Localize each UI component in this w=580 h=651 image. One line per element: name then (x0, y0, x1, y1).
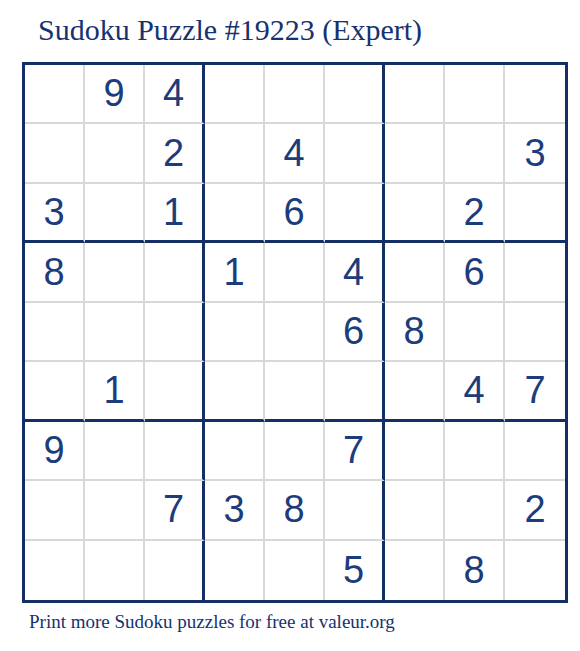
cell-r2c3: 2 (145, 124, 205, 183)
cell-r8c8[interactable] (445, 481, 505, 540)
cell-r6c5[interactable] (265, 362, 325, 421)
cell-r1c6[interactable] (325, 65, 385, 124)
cell-r8c5: 8 (265, 481, 325, 540)
cell-r4c4: 1 (205, 243, 265, 302)
cell-r1c8[interactable] (445, 65, 505, 124)
footer-credit: Print more Sudoku puzzles for free at va… (29, 611, 395, 633)
cell-r2c9: 3 (505, 124, 565, 183)
cell-r6c2: 1 (85, 362, 145, 421)
cell-r1c3: 4 (145, 65, 205, 124)
cell-r7c6: 7 (325, 422, 385, 481)
cell-r3c6[interactable] (325, 184, 385, 243)
cell-r9c6: 5 (325, 541, 385, 600)
cell-r2c4[interactable] (205, 124, 265, 183)
cell-r7c9[interactable] (505, 422, 565, 481)
cell-r4c7[interactable] (385, 243, 445, 302)
cell-r1c4[interactable] (205, 65, 265, 124)
cell-r4c1: 8 (25, 243, 85, 302)
cell-r8c6[interactable] (325, 481, 385, 540)
cell-r4c6: 4 (325, 243, 385, 302)
cell-r4c5[interactable] (265, 243, 325, 302)
cell-r6c4[interactable] (205, 362, 265, 421)
cell-r9c3[interactable] (145, 541, 205, 600)
cell-r1c2: 9 (85, 65, 145, 124)
cell-r3c9[interactable] (505, 184, 565, 243)
cell-r5c4[interactable] (205, 303, 265, 362)
cell-r2c7[interactable] (385, 124, 445, 183)
cell-r7c8[interactable] (445, 422, 505, 481)
cell-r2c1[interactable] (25, 124, 85, 183)
cell-r1c7[interactable] (385, 65, 445, 124)
sudoku-page: Sudoku Puzzle #19223 (Expert) 9424331628… (0, 0, 580, 651)
cell-r3c4[interactable] (205, 184, 265, 243)
cell-r7c1: 9 (25, 422, 85, 481)
cell-r6c6[interactable] (325, 362, 385, 421)
cell-r6c7[interactable] (385, 362, 445, 421)
cell-r3c8: 2 (445, 184, 505, 243)
cell-r5c6: 6 (325, 303, 385, 362)
cell-r4c9[interactable] (505, 243, 565, 302)
cell-r3c2[interactable] (85, 184, 145, 243)
cell-r1c1[interactable] (25, 65, 85, 124)
cell-r8c2[interactable] (85, 481, 145, 540)
cell-r6c9: 7 (505, 362, 565, 421)
cell-r2c5: 4 (265, 124, 325, 183)
cell-r1c9[interactable] (505, 65, 565, 124)
cell-r1c5[interactable] (265, 65, 325, 124)
cell-r3c5: 6 (265, 184, 325, 243)
cell-r8c1[interactable] (25, 481, 85, 540)
cell-r5c2[interactable] (85, 303, 145, 362)
cell-r6c3[interactable] (145, 362, 205, 421)
cell-r2c6[interactable] (325, 124, 385, 183)
cell-r8c4: 3 (205, 481, 265, 540)
cell-r6c1[interactable] (25, 362, 85, 421)
cell-r7c4[interactable] (205, 422, 265, 481)
cell-r5c5[interactable] (265, 303, 325, 362)
cell-r3c7[interactable] (385, 184, 445, 243)
cell-r2c8[interactable] (445, 124, 505, 183)
puzzle-title: Sudoku Puzzle #19223 (Expert) (38, 12, 422, 48)
cell-r7c3[interactable] (145, 422, 205, 481)
cell-r5c8[interactable] (445, 303, 505, 362)
cell-r8c3: 7 (145, 481, 205, 540)
cell-r5c3[interactable] (145, 303, 205, 362)
cell-r8c7[interactable] (385, 481, 445, 540)
cell-r8c9: 2 (505, 481, 565, 540)
cell-r2c2[interactable] (85, 124, 145, 183)
cell-r9c8: 8 (445, 541, 505, 600)
cell-r9c7[interactable] (385, 541, 445, 600)
cell-r6c8: 4 (445, 362, 505, 421)
cell-r9c5[interactable] (265, 541, 325, 600)
cell-r3c1: 3 (25, 184, 85, 243)
cell-r5c9[interactable] (505, 303, 565, 362)
cell-r4c2[interactable] (85, 243, 145, 302)
cell-r5c7: 8 (385, 303, 445, 362)
sudoku-board: 94243316281466814797738258 (22, 62, 568, 603)
cell-r7c7[interactable] (385, 422, 445, 481)
cell-r3c3: 1 (145, 184, 205, 243)
cell-r7c5[interactable] (265, 422, 325, 481)
cell-r5c1[interactable] (25, 303, 85, 362)
cell-r7c2[interactable] (85, 422, 145, 481)
cell-r9c1[interactable] (25, 541, 85, 600)
cell-r9c9[interactable] (505, 541, 565, 600)
cell-r9c2[interactable] (85, 541, 145, 600)
cell-r4c8: 6 (445, 243, 505, 302)
cell-r9c4[interactable] (205, 541, 265, 600)
cell-r4c3[interactable] (145, 243, 205, 302)
